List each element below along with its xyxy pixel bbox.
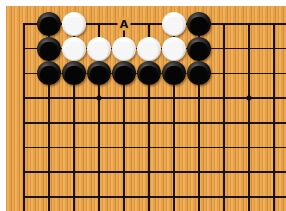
star-point [245, 95, 252, 102]
black-stone: ● [162, 61, 186, 85]
grid-line-v [273, 23, 275, 211]
white-stone: ● [162, 12, 186, 36]
black-stone: ● [87, 61, 111, 85]
go-board[interactable]: ●●●●●●●●●●●●●●●●●●A [6, 6, 286, 211]
grid-line-v [23, 23, 25, 211]
black-stone: ● [62, 61, 86, 85]
white-stone: ● [162, 37, 186, 61]
star-point [95, 95, 102, 102]
black-stone: ● [187, 61, 211, 85]
white-stone: ● [62, 12, 86, 36]
white-stone: ● [137, 37, 161, 61]
white-stone: ● [62, 37, 86, 61]
white-stone: ● [87, 37, 111, 61]
grid-line-h [23, 171, 286, 173]
white-stone: ● [112, 37, 136, 61]
grid-line-h [23, 196, 286, 198]
grid-line-v [223, 23, 225, 211]
page: ●●●●●●●●●●●●●●●●●●A [0, 0, 286, 211]
grid-line-h [23, 147, 286, 149]
black-stone: ● [37, 12, 61, 36]
point-label-a[interactable]: A [118, 18, 131, 31]
black-stone: ● [112, 61, 136, 85]
black-stone: ● [187, 37, 211, 61]
black-stone: ● [37, 37, 61, 61]
black-stone: ● [137, 61, 161, 85]
black-stone: ● [187, 12, 211, 36]
grid-line-v [248, 23, 250, 211]
black-stone: ● [37, 61, 61, 85]
grid-line-h [23, 122, 286, 124]
